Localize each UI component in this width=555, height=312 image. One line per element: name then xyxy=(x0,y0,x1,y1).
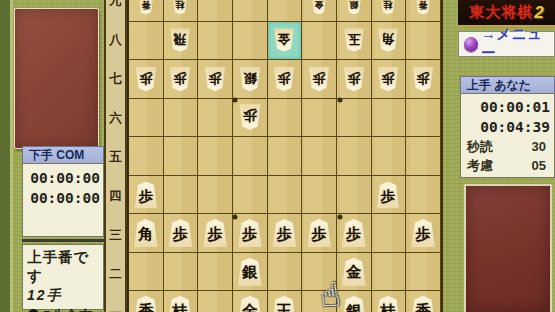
shogi-piece-玉-top[interactable]: 玉 xyxy=(343,29,365,53)
shogi-piece-金-top[interactable]: 金 xyxy=(311,0,327,14)
board-cell-4五[interactable] xyxy=(233,137,268,176)
shogi-piece-香-top[interactable]: 香 xyxy=(415,0,431,14)
board-cell-3四[interactable] xyxy=(198,176,233,215)
shogi-piece-王-bottom[interactable]: 王 xyxy=(271,296,298,312)
board-cell-7六[interactable] xyxy=(337,99,372,138)
uwate-header: 上手 あなた xyxy=(460,76,555,93)
uwate-clock-total: 00:00:01 xyxy=(465,97,550,117)
shogi-piece-香-bottom[interactable]: 香 xyxy=(133,296,160,312)
thinking-value: 05 xyxy=(532,156,546,175)
rank-label-五: 五 xyxy=(106,149,125,166)
shimote-clock-total: 00:00:00 xyxy=(23,168,100,188)
shogi-piece-歩-top[interactable]: 歩 xyxy=(342,67,365,92)
shogi-piece-歩-bottom[interactable]: 歩 xyxy=(133,181,158,208)
shogi-piece-香-bottom[interactable]: 香 xyxy=(410,296,437,312)
last-move-text: 5八金右 xyxy=(43,307,93,312)
board-cell-2九[interactable]: 桂 xyxy=(164,0,199,22)
shogi-piece-金-bottom[interactable]: 金 xyxy=(237,296,264,312)
board-cell-4七[interactable]: 銀 xyxy=(233,60,268,99)
board-cell-5三[interactable]: 歩 xyxy=(268,214,303,253)
board-cell-4八[interactable] xyxy=(233,22,268,61)
board-cell-9二[interactable] xyxy=(406,253,441,292)
board-cell-2二[interactable] xyxy=(164,253,199,292)
sente-piece-icon xyxy=(27,309,40,312)
rank-label-七: 七 xyxy=(106,71,125,88)
board-cell-1六[interactable] xyxy=(129,99,164,138)
shogi-piece-銀-bottom[interactable]: 銀 xyxy=(237,258,263,286)
komadai-uwate[interactable] xyxy=(464,184,552,312)
board-cell-9五[interactable] xyxy=(406,137,441,176)
shogi-board: 香桂金銀桂香飛金玉角歩歩歩銀歩歩歩歩歩歩歩歩角歩歩歩歩歩歩歩銀金香桂金王銀桂香 xyxy=(127,0,443,312)
turn-info: 上手番です 12手 5八金右 xyxy=(22,244,104,310)
board-cell-1三[interactable]: 角 xyxy=(129,214,164,253)
board-cell-7二[interactable]: 金 xyxy=(337,253,372,292)
board-cell-4四[interactable] xyxy=(233,176,268,215)
board-cell-6九[interactable]: 金 xyxy=(302,0,337,22)
board-cell-4二[interactable]: 銀 xyxy=(233,253,268,292)
board-cell-8三[interactable] xyxy=(372,214,407,253)
board-cell-6七[interactable]: 歩 xyxy=(302,60,337,99)
byoyomi-row: 秒読 30 xyxy=(465,137,550,156)
shimote-clock-used: 00:00:00 xyxy=(23,188,100,208)
shogi-piece-歩-bottom[interactable]: 歩 xyxy=(376,181,401,208)
board-cell-9九[interactable]: 香 xyxy=(406,0,441,22)
board-cell-4六[interactable]: 歩 xyxy=(233,99,268,138)
shogi-piece-歩-top[interactable]: 歩 xyxy=(204,67,227,92)
shogi-piece-金-bottom[interactable]: 金 xyxy=(341,258,367,286)
uwate-panel: 上手 あなた 00:00:01 00:04:39 秒読 30 考慮 05 xyxy=(460,76,555,178)
rank-label-二: 二 xyxy=(106,266,125,283)
shogi-piece-桂-bottom[interactable]: 桂 xyxy=(167,296,194,312)
board-cell-2五[interactable] xyxy=(164,137,199,176)
shogi-piece-香-top[interactable]: 香 xyxy=(138,0,154,14)
rank-label-八: 八 xyxy=(106,32,125,49)
last-move-row: 5八金右 xyxy=(27,307,101,312)
shogi-piece-飛-top[interactable]: 飛 xyxy=(170,29,192,53)
komadai-shimote[interactable] xyxy=(14,8,99,149)
board-cell-3五[interactable] xyxy=(198,137,233,176)
board-cell-3二[interactable] xyxy=(198,253,233,292)
board-cell-8五[interactable] xyxy=(372,137,407,176)
board-cell-6二[interactable] xyxy=(302,253,337,292)
thinking-row: 考慮 05 xyxy=(465,156,550,175)
hoshi-dot xyxy=(338,98,343,103)
board-cell-2三[interactable]: 歩 xyxy=(164,214,199,253)
board-cell-2四[interactable] xyxy=(164,176,199,215)
board-cell-5五[interactable] xyxy=(268,137,303,176)
board-cell-5四[interactable] xyxy=(268,176,303,215)
move-counter: 12手 xyxy=(27,286,101,305)
shogi-piece-銀-top[interactable]: 銀 xyxy=(238,67,261,92)
rank-label-一: 一 xyxy=(106,305,125,312)
hoshi-dot xyxy=(233,98,238,103)
board-cell-4三[interactable]: 歩 xyxy=(233,214,268,253)
shimote-panel: 下手 COM 00:00:00 00:00:00 上手番です 12手 5八金右 xyxy=(22,146,104,310)
board-cell-1九[interactable]: 香 xyxy=(129,0,164,22)
shogi-piece-歩-bottom[interactable]: 歩 xyxy=(202,219,228,247)
board-cell-1五[interactable] xyxy=(129,137,164,176)
board-cell-3九[interactable] xyxy=(198,0,233,22)
shogi-piece-桂-bottom[interactable]: 桂 xyxy=(375,296,402,312)
shogi-piece-歩-top[interactable]: 歩 xyxy=(412,67,435,92)
board-cell-8二[interactable] xyxy=(372,253,407,292)
board-cell-5七[interactable]: 歩 xyxy=(268,60,303,99)
rank-label-六: 六 xyxy=(106,110,125,127)
board-cell-7八[interactable]: 玉 xyxy=(337,22,372,61)
byoyomi-value: 30 xyxy=(532,137,546,156)
menu-button[interactable]: →メニュー xyxy=(458,31,555,57)
board-cell-7四[interactable] xyxy=(337,176,372,215)
board-cell-3七[interactable]: 歩 xyxy=(198,60,233,99)
board-cell-9六[interactable] xyxy=(406,99,441,138)
board-cell-7九[interactable]: 銀 xyxy=(337,0,372,22)
board-cell-6三[interactable]: 歩 xyxy=(302,214,337,253)
shogi-piece-桂-top[interactable]: 桂 xyxy=(381,0,397,14)
game-logo: 東大将棋 2 xyxy=(458,0,555,27)
shogi-piece-金-top[interactable]: 金 xyxy=(274,29,296,53)
shimote-clocks: 00:00:00 00:00:00 xyxy=(22,163,104,237)
rank-coordinate-strip: 九八七六五四三二一 xyxy=(104,0,127,312)
hoshi-dot xyxy=(233,215,238,220)
shogi-piece-歩-bottom[interactable]: 歩 xyxy=(237,219,263,247)
board-cell-2六[interactable] xyxy=(164,99,199,138)
tatami-edge-light xyxy=(10,0,13,312)
board-cell-6八[interactable] xyxy=(302,22,337,61)
board-cell-5九[interactable] xyxy=(268,0,303,22)
board-cell-9四[interactable] xyxy=(406,176,441,215)
board-cell-3六[interactable] xyxy=(198,99,233,138)
uwate-clock-used: 00:04:39 xyxy=(465,117,550,137)
shogi-piece-歩-bottom[interactable]: 歩 xyxy=(271,219,297,247)
board-cell-8六[interactable] xyxy=(372,99,407,138)
shogi-piece-歩-top[interactable]: 歩 xyxy=(308,67,331,92)
board-cell-4九[interactable] xyxy=(233,0,268,22)
shogi-piece-銀-top[interactable]: 銀 xyxy=(346,0,362,14)
board-cell-6一[interactable] xyxy=(302,291,337,312)
board-cell-1七[interactable]: 歩 xyxy=(129,60,164,99)
board-cell-8九[interactable]: 桂 xyxy=(372,0,407,22)
panel-divider xyxy=(22,239,104,242)
board-cell-7七[interactable]: 歩 xyxy=(337,60,372,99)
shogi-piece-歩-top[interactable]: 歩 xyxy=(238,105,262,131)
board-cell-5二[interactable] xyxy=(268,253,303,292)
shogi-piece-角-top[interactable]: 角 xyxy=(378,29,400,53)
board-cell-1八[interactable] xyxy=(129,22,164,61)
board-cell-8一[interactable]: 桂 xyxy=(372,291,407,312)
shogi-piece-歩-bottom[interactable]: 歩 xyxy=(410,219,436,247)
byoyomi-label: 秒読 xyxy=(467,137,493,156)
shimote-header: 下手 COM xyxy=(22,146,104,163)
hoshi-dot xyxy=(338,215,343,220)
board-cell-3一[interactable] xyxy=(198,291,233,312)
board-cell-8四[interactable]: 歩 xyxy=(372,176,407,215)
board-cell-1四[interactable]: 歩 xyxy=(129,176,164,215)
shogi-piece-歩-top[interactable]: 歩 xyxy=(273,67,296,92)
board-cell-5一[interactable]: 王 xyxy=(268,291,303,312)
shogi-piece-歩-top[interactable]: 歩 xyxy=(377,67,400,92)
shogi-piece-角-bottom[interactable]: 角 xyxy=(133,219,159,247)
shogi-piece-歩-top[interactable]: 歩 xyxy=(134,67,157,92)
board-cell-8七[interactable]: 歩 xyxy=(372,60,407,99)
board-cell-7一[interactable]: 銀 xyxy=(337,291,372,312)
board-cell-3三[interactable]: 歩 xyxy=(198,214,233,253)
shogi-piece-歩-top[interactable]: 歩 xyxy=(169,67,192,92)
thinking-label: 考慮 xyxy=(467,156,493,175)
board-cell-9八[interactable] xyxy=(406,22,441,61)
rank-label-九: 九 xyxy=(106,0,125,10)
board-cell-8八[interactable]: 角 xyxy=(372,22,407,61)
board-cell-9一[interactable]: 香 xyxy=(406,291,441,312)
menu-label: →メニュー xyxy=(481,25,554,63)
shogi-piece-銀-bottom[interactable]: 銀 xyxy=(341,296,368,312)
uwate-clocks: 00:00:01 00:04:39 秒読 30 考慮 05 xyxy=(460,93,555,178)
turn-indicator: 上手番です xyxy=(27,248,101,286)
board-cell-9七[interactable]: 歩 xyxy=(406,60,441,99)
logo-title: 東大将棋 xyxy=(469,3,533,22)
tatami-edge xyxy=(0,0,10,312)
board-cell-9三[interactable]: 歩 xyxy=(406,214,441,253)
shogi-piece-歩-bottom[interactable]: 歩 xyxy=(341,219,367,247)
board-cell-3八[interactable] xyxy=(198,22,233,61)
board-cell-6五[interactable] xyxy=(302,137,337,176)
shogi-piece-歩-bottom[interactable]: 歩 xyxy=(306,219,332,247)
board-cell-1一[interactable]: 香 xyxy=(129,291,164,312)
shogi-piece-歩-bottom[interactable]: 歩 xyxy=(167,219,193,247)
board-cell-6六[interactable] xyxy=(302,99,337,138)
rank-label-三: 三 xyxy=(106,227,125,244)
board-cell-6四[interactable] xyxy=(302,176,337,215)
board-cell-2七[interactable]: 歩 xyxy=(164,60,199,99)
board-cell-2一[interactable]: 桂 xyxy=(164,291,199,312)
board-cell-5六[interactable] xyxy=(268,99,303,138)
logo-number: 2 xyxy=(534,3,543,23)
board-cell-7五[interactable] xyxy=(337,137,372,176)
board-cell-5八[interactable]: 金 xyxy=(268,22,303,61)
board-cell-1二[interactable] xyxy=(129,253,164,292)
rank-label-四: 四 xyxy=(106,188,125,205)
purple-orb-icon xyxy=(464,37,478,52)
shogi-piece-桂-top[interactable]: 桂 xyxy=(173,0,189,14)
board-cell-2八[interactable]: 飛 xyxy=(164,22,199,61)
board-cell-7三[interactable]: 歩 xyxy=(337,214,372,253)
board-cell-4一[interactable]: 金 xyxy=(233,291,268,312)
